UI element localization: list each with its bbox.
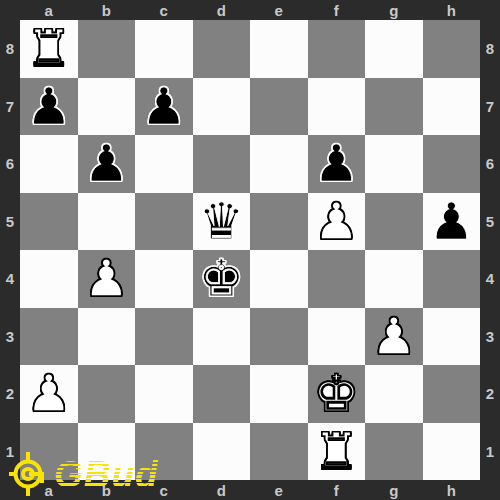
white-pawn[interactable]: ♟ (313, 196, 359, 247)
file-label-top-f: f (308, 0, 366, 20)
square-d5[interactable]: ♛ (193, 193, 251, 251)
rank-label-left-1: 1 (0, 423, 20, 481)
square-f3[interactable] (308, 308, 366, 366)
square-d7[interactable] (193, 78, 251, 136)
rank-label-left-2: 2 (0, 365, 20, 423)
square-f7[interactable] (308, 78, 366, 136)
square-e2[interactable] (250, 365, 308, 423)
square-b5[interactable] (78, 193, 136, 251)
chess-board: ♜♟♟♟♟♛♟♟♟♚♟♟♚♜ (20, 20, 480, 480)
square-e8[interactable] (250, 20, 308, 78)
square-h4[interactable] (423, 250, 481, 308)
square-e1[interactable] (250, 423, 308, 481)
black-king[interactable]: ♚ (198, 253, 244, 304)
square-g4[interactable] (365, 250, 423, 308)
square-f1[interactable]: ♜ (308, 423, 366, 481)
square-a5[interactable] (20, 193, 78, 251)
square-f8[interactable] (308, 20, 366, 78)
square-c4[interactable] (135, 250, 193, 308)
black-pawn[interactable]: ♟ (83, 138, 129, 189)
square-b2[interactable] (78, 365, 136, 423)
white-rook[interactable]: ♜ (313, 426, 359, 477)
black-pawn[interactable]: ♟ (313, 138, 359, 189)
square-g7[interactable] (365, 78, 423, 136)
file-label-top-h: h (423, 0, 481, 20)
file-label-bottom-g: g (365, 480, 423, 500)
white-rook[interactable]: ♜ (26, 23, 72, 74)
square-d3[interactable] (193, 308, 251, 366)
square-e3[interactable] (250, 308, 308, 366)
square-b6[interactable]: ♟ (78, 135, 136, 193)
square-e6[interactable] (250, 135, 308, 193)
rank-label-left-6: 6 (0, 135, 20, 193)
square-g5[interactable] (365, 193, 423, 251)
rank-label-right-5: 5 (480, 193, 500, 251)
square-f4[interactable] (308, 250, 366, 308)
white-pawn[interactable]: ♟ (371, 311, 417, 362)
square-g3[interactable]: ♟ (365, 308, 423, 366)
square-f2[interactable]: ♚ (308, 365, 366, 423)
rank-label-left-5: 5 (0, 193, 20, 251)
square-c3[interactable] (135, 308, 193, 366)
board-frame: ♜♟♟♟♟♛♟♟♟♚♟♟♚♜ GBud aabbccddeeffgghh8877… (0, 0, 500, 500)
square-b7[interactable] (78, 78, 136, 136)
file-label-bottom-a: a (20, 480, 78, 500)
rank-label-left-4: 4 (0, 250, 20, 308)
square-g1[interactable] (365, 423, 423, 481)
file-label-bottom-f: f (308, 480, 366, 500)
rank-label-right-1: 1 (480, 423, 500, 481)
rank-label-right-8: 8 (480, 20, 500, 78)
black-queen[interactable]: ♛ (198, 196, 244, 247)
rank-label-right-4: 4 (480, 250, 500, 308)
file-label-top-a: a (20, 0, 78, 20)
square-g2[interactable] (365, 365, 423, 423)
square-e7[interactable] (250, 78, 308, 136)
square-h7[interactable] (423, 78, 481, 136)
file-label-top-b: b (78, 0, 136, 20)
square-d1[interactable] (193, 423, 251, 481)
rank-label-right-2: 2 (480, 365, 500, 423)
file-label-top-c: c (135, 0, 193, 20)
rank-label-right-7: 7 (480, 78, 500, 136)
square-c1[interactable] (135, 423, 193, 481)
rank-label-left-3: 3 (0, 308, 20, 366)
square-g8[interactable] (365, 20, 423, 78)
file-label-bottom-b: b (78, 480, 136, 500)
square-c8[interactable] (135, 20, 193, 78)
square-d8[interactable] (193, 20, 251, 78)
square-c6[interactable] (135, 135, 193, 193)
square-h8[interactable] (423, 20, 481, 78)
square-b8[interactable] (78, 20, 136, 78)
square-f5[interactable]: ♟ (308, 193, 366, 251)
square-c5[interactable] (135, 193, 193, 251)
rank-label-right-6: 6 (480, 135, 500, 193)
square-b1[interactable] (78, 423, 136, 481)
square-e5[interactable] (250, 193, 308, 251)
file-label-top-e: e (250, 0, 308, 20)
square-d2[interactable] (193, 365, 251, 423)
square-b4[interactable]: ♟ (78, 250, 136, 308)
square-c2[interactable] (135, 365, 193, 423)
white-pawn[interactable]: ♟ (26, 368, 72, 419)
rank-label-left-7: 7 (0, 78, 20, 136)
square-g6[interactable] (365, 135, 423, 193)
square-a6[interactable] (20, 135, 78, 193)
file-label-top-d: d (193, 0, 251, 20)
black-pawn[interactable]: ♟ (141, 81, 187, 132)
black-pawn[interactable]: ♟ (428, 196, 474, 247)
white-pawn[interactable]: ♟ (83, 253, 129, 304)
file-label-bottom-e: e (250, 480, 308, 500)
square-h1[interactable] (423, 423, 481, 481)
square-a2[interactable]: ♟ (20, 365, 78, 423)
white-king[interactable]: ♚ (313, 368, 359, 419)
square-h3[interactable] (423, 308, 481, 366)
file-label-bottom-c: c (135, 480, 193, 500)
rank-label-left-8: 8 (0, 20, 20, 78)
square-a4[interactable] (20, 250, 78, 308)
square-a7[interactable]: ♟ (20, 78, 78, 136)
square-c7[interactable]: ♟ (135, 78, 193, 136)
square-h6[interactable] (423, 135, 481, 193)
file-label-top-g: g (365, 0, 423, 20)
square-d4[interactable]: ♚ (193, 250, 251, 308)
square-e4[interactable] (250, 250, 308, 308)
square-f6[interactable]: ♟ (308, 135, 366, 193)
file-label-bottom-h: h (423, 480, 481, 500)
rank-label-right-3: 3 (480, 308, 500, 366)
file-label-bottom-d: d (193, 480, 251, 500)
square-b3[interactable] (78, 308, 136, 366)
black-pawn[interactable]: ♟ (26, 81, 72, 132)
square-h2[interactable] (423, 365, 481, 423)
square-a3[interactable] (20, 308, 78, 366)
square-h5[interactable]: ♟ (423, 193, 481, 251)
square-a1[interactable] (20, 423, 78, 481)
square-d6[interactable] (193, 135, 251, 193)
square-a8[interactable]: ♜ (20, 20, 78, 78)
